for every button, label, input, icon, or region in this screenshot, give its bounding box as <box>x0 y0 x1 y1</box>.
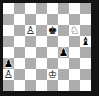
square-h1[interactable] <box>80 80 91 91</box>
square-f5[interactable] <box>58 36 69 47</box>
square-e4[interactable] <box>47 47 58 58</box>
black-king-piece: ♚ <box>48 25 57 36</box>
square-c1[interactable] <box>25 80 36 91</box>
square-d5[interactable] <box>36 36 47 47</box>
square-e3[interactable] <box>47 58 58 69</box>
square-a5[interactable] <box>3 36 14 47</box>
square-g4[interactable] <box>69 47 80 58</box>
square-h5[interactable]: ♝ <box>80 36 91 47</box>
square-c2[interactable] <box>25 69 36 80</box>
square-f6[interactable] <box>58 25 69 36</box>
square-g2[interactable] <box>69 69 80 80</box>
white-king-piece: ♔ <box>48 69 57 80</box>
square-e5[interactable] <box>47 36 58 47</box>
square-c3[interactable] <box>25 58 36 69</box>
square-h8[interactable] <box>80 3 91 14</box>
white-pawn-piece: ♙ <box>26 25 35 36</box>
square-g7[interactable] <box>69 14 80 25</box>
square-b2[interactable] <box>14 69 25 80</box>
square-e6[interactable]: ♚ <box>47 25 58 36</box>
square-g8[interactable] <box>69 3 80 14</box>
square-f7[interactable] <box>58 14 69 25</box>
square-c7[interactable] <box>25 14 36 25</box>
square-g3[interactable] <box>69 58 80 69</box>
black-bishop-piece: ♝ <box>81 36 90 47</box>
square-d7[interactable] <box>36 14 47 25</box>
square-b6[interactable] <box>14 25 25 36</box>
white-knight-piece: ♘ <box>70 25 79 36</box>
square-c6[interactable]: ♙ <box>25 25 36 36</box>
square-b7[interactable] <box>14 14 25 25</box>
chess-diagram-frame: ♙♚♘♝♟♟♙♔ <box>0 0 99 96</box>
black-pawn-piece: ♟ <box>59 47 68 58</box>
square-a4[interactable] <box>3 47 14 58</box>
square-h2[interactable] <box>80 69 91 80</box>
square-h3[interactable] <box>80 58 91 69</box>
square-e1[interactable] <box>47 80 58 91</box>
square-b4[interactable] <box>14 47 25 58</box>
square-a8[interactable] <box>3 3 14 14</box>
square-a1[interactable] <box>3 80 14 91</box>
black-pawn-piece: ♟ <box>4 58 13 69</box>
square-g5[interactable] <box>69 36 80 47</box>
square-b5[interactable] <box>14 36 25 47</box>
square-h7[interactable] <box>80 14 91 25</box>
square-b8[interactable] <box>14 3 25 14</box>
square-c5[interactable] <box>25 36 36 47</box>
square-d1[interactable] <box>36 80 47 91</box>
square-f2[interactable] <box>58 69 69 80</box>
square-f8[interactable] <box>58 3 69 14</box>
square-d8[interactable] <box>36 3 47 14</box>
square-c4[interactable] <box>25 47 36 58</box>
square-g1[interactable] <box>69 80 80 91</box>
square-d6[interactable] <box>36 25 47 36</box>
square-a7[interactable] <box>3 14 14 25</box>
square-b3[interactable] <box>14 58 25 69</box>
square-c8[interactable] <box>25 3 36 14</box>
square-g6[interactable]: ♘ <box>69 25 80 36</box>
white-pawn-piece: ♙ <box>4 69 13 80</box>
square-e2[interactable]: ♔ <box>47 69 58 80</box>
square-e7[interactable] <box>47 14 58 25</box>
square-h4[interactable] <box>80 47 91 58</box>
square-d4[interactable] <box>36 47 47 58</box>
square-f3[interactable] <box>58 58 69 69</box>
square-f4[interactable]: ♟ <box>58 47 69 58</box>
square-h6[interactable] <box>80 25 91 36</box>
square-b1[interactable] <box>14 80 25 91</box>
square-a2[interactable]: ♙ <box>3 69 14 80</box>
square-e8[interactable] <box>47 3 58 14</box>
square-a6[interactable] <box>3 25 14 36</box>
square-f1[interactable] <box>58 80 69 91</box>
chess-board: ♙♚♘♝♟♟♙♔ <box>3 3 91 91</box>
square-d2[interactable] <box>36 69 47 80</box>
square-a3[interactable]: ♟ <box>3 58 14 69</box>
square-d3[interactable] <box>36 58 47 69</box>
